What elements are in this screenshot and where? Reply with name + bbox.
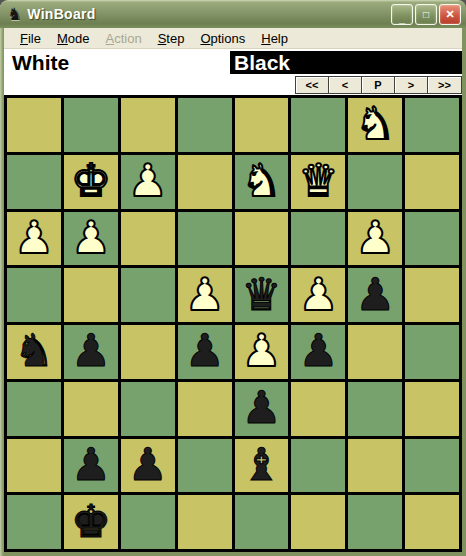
square-e4[interactable]: ♟	[235, 325, 289, 379]
white-knight: ♞	[355, 101, 395, 146]
black-pawn: ♟	[128, 442, 168, 487]
square-h1[interactable]	[405, 495, 459, 549]
square-e5[interactable]: ♛	[235, 268, 289, 322]
to-start-button[interactable]: <<	[296, 77, 329, 93]
game-navigation-toolbar: <<<P>>>	[295, 76, 462, 94]
maximize-button[interactable]: □	[415, 4, 437, 25]
menu-action: Action	[98, 29, 150, 48]
square-f5[interactable]: ♟	[291, 268, 345, 322]
square-a8[interactable]	[7, 98, 61, 152]
square-a1[interactable]	[7, 495, 61, 549]
white-pawn: ♟	[241, 328, 281, 373]
square-f2[interactable]	[291, 439, 345, 493]
square-b4[interactable]: ♟	[64, 325, 118, 379]
white-pawn: ♟	[184, 272, 224, 317]
black-pawn: ♟	[71, 442, 111, 487]
square-b8[interactable]	[64, 98, 118, 152]
black-pawn: ♟	[355, 272, 395, 317]
menu-file[interactable]: File	[12, 29, 49, 48]
square-b3[interactable]	[64, 382, 118, 436]
white-pawn: ♟	[128, 158, 168, 203]
square-d5[interactable]: ♟	[178, 268, 232, 322]
square-h5[interactable]	[405, 268, 459, 322]
square-c4[interactable]	[121, 325, 175, 379]
square-b5[interactable]	[64, 268, 118, 322]
square-c6[interactable]	[121, 212, 175, 266]
white-player-label: White	[12, 51, 69, 75]
square-f4[interactable]: ♟	[291, 325, 345, 379]
square-e6[interactable]	[235, 212, 289, 266]
square-a6[interactable]: ♟	[7, 212, 61, 266]
chess-board: ♞♚♟♞♛♟♟♟♟♛♟♟♞♟♟♟♟♟♟♟♝♚	[4, 95, 462, 552]
square-a7[interactable]	[7, 155, 61, 209]
menu-bar: FileModeActionStepOptionsHelp	[4, 28, 462, 49]
white-king: ♚	[71, 158, 111, 203]
window-body: FileModeActionStepOptionsHelp White Blac…	[4, 28, 462, 552]
square-a3[interactable]	[7, 382, 61, 436]
square-b7[interactable]: ♚	[64, 155, 118, 209]
square-b1[interactable]: ♚	[64, 495, 118, 549]
square-f7[interactable]: ♛	[291, 155, 345, 209]
square-d7[interactable]	[178, 155, 232, 209]
square-g5[interactable]: ♟	[348, 268, 402, 322]
white-knight: ♞	[241, 158, 281, 203]
square-c5[interactable]	[121, 268, 175, 322]
square-e3[interactable]: ♟	[235, 382, 289, 436]
winboard-window: ♞ WinBoard _ □ ✕ FileModeActionStepOptio…	[0, 0, 466, 556]
square-e7[interactable]: ♞	[235, 155, 289, 209]
square-c3[interactable]	[121, 382, 175, 436]
black-pawn: ♟	[184, 328, 224, 373]
minimize-icon: _	[399, 12, 405, 24]
square-h4[interactable]	[405, 325, 459, 379]
square-b2[interactable]: ♟	[64, 439, 118, 493]
title-bar[interactable]: ♞ WinBoard _ □ ✕	[0, 0, 466, 28]
white-pawn: ♟	[71, 215, 111, 260]
square-e2[interactable]: ♝	[235, 439, 289, 493]
white-queen: ♛	[298, 158, 338, 203]
menu-help[interactable]: Help	[253, 29, 296, 48]
menu-step[interactable]: Step	[150, 29, 193, 48]
close-icon: ✕	[445, 8, 454, 21]
square-h8[interactable]	[405, 98, 459, 152]
square-f6[interactable]	[291, 212, 345, 266]
square-e8[interactable]	[235, 98, 289, 152]
black-pawn: ♟	[71, 328, 111, 373]
square-f3[interactable]	[291, 382, 345, 436]
square-g6[interactable]: ♟	[348, 212, 402, 266]
square-d1[interactable]	[178, 495, 232, 549]
black-bishop: ♝	[241, 442, 281, 487]
to-end-button[interactable]: >>	[428, 77, 461, 93]
square-g2[interactable]	[348, 439, 402, 493]
square-a5[interactable]	[7, 268, 61, 322]
square-d3[interactable]	[178, 382, 232, 436]
black-pawn: ♟	[298, 328, 338, 373]
square-g8[interactable]: ♞	[348, 98, 402, 152]
window-title: WinBoard	[27, 6, 391, 22]
square-h6[interactable]	[405, 212, 459, 266]
white-pawn: ♟	[14, 215, 54, 260]
square-d8[interactable]	[178, 98, 232, 152]
square-c1[interactable]	[121, 495, 175, 549]
square-f1[interactable]	[291, 495, 345, 549]
minimize-button[interactable]: _	[391, 4, 413, 25]
menu-options[interactable]: Options	[192, 29, 253, 48]
black-player-label: Black	[234, 51, 290, 74]
square-c7[interactable]: ♟	[121, 155, 175, 209]
square-d6[interactable]	[178, 212, 232, 266]
square-d2[interactable]	[178, 439, 232, 493]
white-pawn: ♟	[298, 272, 338, 317]
square-g3[interactable]	[348, 382, 402, 436]
square-h3[interactable]	[405, 382, 459, 436]
pause-button[interactable]: P	[362, 77, 395, 93]
status-row: White Black <<<P>>>	[4, 49, 462, 95]
close-button[interactable]: ✕	[439, 4, 461, 25]
square-a4[interactable]: ♞	[7, 325, 61, 379]
back-button[interactable]: <	[329, 77, 362, 93]
square-g4[interactable]	[348, 325, 402, 379]
forward-button[interactable]: >	[395, 77, 428, 93]
square-b6[interactable]: ♟	[64, 212, 118, 266]
menu-mode[interactable]: Mode	[49, 29, 98, 48]
square-a2[interactable]	[7, 439, 61, 493]
black-pawn: ♟	[241, 385, 281, 430]
maximize-icon: □	[423, 9, 429, 20]
square-h2[interactable]	[405, 439, 459, 493]
black-queen: ♛	[241, 272, 281, 317]
square-d4[interactable]: ♟	[178, 325, 232, 379]
square-e1[interactable]	[235, 495, 289, 549]
black-player-label-active: Black	[230, 51, 462, 74]
square-c8[interactable]	[121, 98, 175, 152]
black-knight: ♞	[14, 328, 54, 373]
square-c2[interactable]: ♟	[121, 439, 175, 493]
square-g1[interactable]	[348, 495, 402, 549]
white-pawn: ♟	[355, 215, 395, 260]
square-g7[interactable]	[348, 155, 402, 209]
square-h7[interactable]	[405, 155, 459, 209]
black-king: ♚	[71, 499, 111, 544]
square-f8[interactable]	[291, 98, 345, 152]
knight-app-icon: ♞	[7, 6, 22, 23]
